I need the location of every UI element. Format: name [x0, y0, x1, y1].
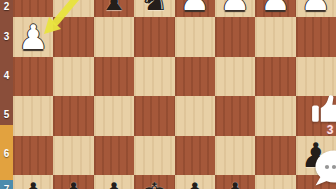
black-pawn-g7[interactable]: ♟: [58, 178, 88, 189]
square-f2[interactable]: ♝: [94, 0, 134, 17]
square-e6[interactable]: [134, 136, 174, 175]
video-action-overlay: 3: [276, 0, 336, 189]
rank-label-4: 4: [0, 69, 13, 82]
square-e7[interactable]: ♚: [134, 175, 174, 189]
square-g7[interactable]: ♟: [53, 175, 93, 189]
white-pawn-c2[interactable]: ♟: [220, 0, 250, 15]
black-pawn-h7[interactable]: ♟: [18, 178, 48, 189]
rank-label-5: 5: [0, 108, 13, 121]
rank-coordinate-strip: 234567: [0, 0, 13, 189]
black-king-e7[interactable]: ♚: [139, 178, 169, 189]
square-d2[interactable]: ♟: [175, 0, 215, 17]
square-h5[interactable]: [13, 96, 53, 135]
rank-label-3: 3: [0, 30, 13, 43]
square-d7[interactable]: ♝: [175, 175, 215, 189]
chess-video-frame: ♝♞♟♟♟♟♟♟♟♟♟♚♝♟ 234567 3: [0, 0, 336, 189]
square-f7[interactable]: ♟: [94, 175, 134, 189]
ellipsis-dot: [325, 165, 329, 169]
square-c4[interactable]: [215, 57, 255, 96]
square-h6[interactable]: [13, 136, 53, 175]
rank-label-7: 7: [0, 183, 13, 189]
square-c7[interactable]: ♟: [215, 175, 255, 189]
black-pawn-f7[interactable]: ♟: [99, 178, 129, 189]
square-h3[interactable]: ♟: [13, 17, 53, 56]
rank-label-2: 2: [0, 0, 13, 13]
square-e3[interactable]: [134, 17, 174, 56]
square-h4[interactable]: [13, 57, 53, 96]
black-pawn-c7[interactable]: ♟: [220, 178, 250, 189]
black-knight-e2[interactable]: ♞: [139, 0, 169, 15]
square-c5[interactable]: [215, 96, 255, 135]
square-d6[interactable]: [175, 136, 215, 175]
square-g5[interactable]: [53, 96, 93, 135]
square-c6[interactable]: [215, 136, 255, 175]
square-g4[interactable]: [53, 57, 93, 96]
square-f6[interactable]: [94, 136, 134, 175]
square-d3[interactable]: [175, 17, 215, 56]
white-pawn-h3[interactable]: ♟: [18, 20, 48, 54]
square-h7[interactable]: ♟: [13, 175, 53, 189]
square-f5[interactable]: [94, 96, 134, 135]
square-e5[interactable]: [134, 96, 174, 135]
square-e4[interactable]: [134, 57, 174, 96]
square-h2[interactable]: [13, 0, 53, 17]
square-g3[interactable]: [53, 17, 93, 56]
square-f3[interactable]: [94, 17, 134, 56]
black-bishop-f2[interactable]: ♝: [99, 0, 129, 15]
square-g6[interactable]: [53, 136, 93, 175]
square-c3[interactable]: [215, 17, 255, 56]
thumbs-up-icon[interactable]: [309, 92, 336, 125]
square-d5[interactable]: [175, 96, 215, 135]
black-bishop-d7[interactable]: ♝: [179, 178, 209, 189]
white-pawn-d2[interactable]: ♟: [179, 0, 209, 15]
square-g2[interactable]: [53, 0, 93, 17]
square-d4[interactable]: [175, 57, 215, 96]
rank-label-6: 6: [0, 147, 13, 160]
strip-segment: [0, 0, 13, 125]
comment-bubble-icon[interactable]: [313, 150, 336, 188]
ellipsis-dot: [332, 165, 336, 169]
square-f4[interactable]: [94, 57, 134, 96]
like-count: 3: [320, 123, 336, 137]
square-c2[interactable]: ♟: [215, 0, 255, 17]
square-e2[interactable]: ♞: [134, 0, 174, 17]
